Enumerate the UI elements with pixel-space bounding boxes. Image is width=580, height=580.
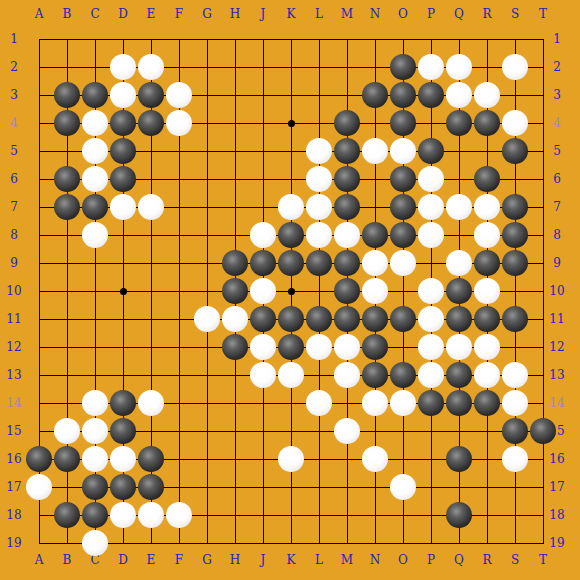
intersection[interactable] <box>81 81 109 109</box>
intersection[interactable] <box>305 193 333 221</box>
intersection[interactable] <box>417 249 445 277</box>
intersection[interactable] <box>109 53 137 81</box>
intersection[interactable] <box>305 221 333 249</box>
intersection[interactable] <box>221 193 249 221</box>
intersection[interactable] <box>109 305 137 333</box>
intersection[interactable] <box>137 81 165 109</box>
intersection[interactable] <box>277 277 305 305</box>
intersection[interactable] <box>277 81 305 109</box>
intersection[interactable] <box>473 53 501 81</box>
intersection[interactable] <box>137 249 165 277</box>
intersection[interactable] <box>305 333 333 361</box>
intersection[interactable] <box>305 81 333 109</box>
intersection[interactable] <box>165 333 193 361</box>
intersection[interactable] <box>473 137 501 165</box>
intersection[interactable] <box>249 445 277 473</box>
intersection[interactable] <box>473 305 501 333</box>
intersection[interactable] <box>137 25 165 53</box>
intersection[interactable] <box>445 445 473 473</box>
intersection[interactable] <box>361 501 389 529</box>
intersection[interactable] <box>473 193 501 221</box>
intersection[interactable] <box>109 417 137 445</box>
intersection[interactable] <box>165 389 193 417</box>
intersection[interactable] <box>53 53 81 81</box>
intersection[interactable] <box>417 221 445 249</box>
intersection[interactable] <box>305 165 333 193</box>
intersection[interactable] <box>389 361 417 389</box>
intersection[interactable] <box>221 277 249 305</box>
intersection[interactable] <box>137 417 165 445</box>
intersection[interactable] <box>165 277 193 305</box>
intersection[interactable] <box>501 529 529 557</box>
intersection[interactable] <box>249 473 277 501</box>
intersection[interactable] <box>81 445 109 473</box>
intersection[interactable] <box>53 249 81 277</box>
intersection[interactable] <box>25 417 53 445</box>
intersection[interactable] <box>389 165 417 193</box>
intersection[interactable] <box>417 81 445 109</box>
intersection[interactable] <box>53 305 81 333</box>
intersection[interactable] <box>333 81 361 109</box>
intersection[interactable] <box>361 417 389 445</box>
intersection[interactable] <box>25 389 53 417</box>
intersection[interactable] <box>25 165 53 193</box>
intersection[interactable] <box>109 277 137 305</box>
intersection[interactable] <box>53 277 81 305</box>
intersection[interactable] <box>445 81 473 109</box>
intersection[interactable] <box>277 501 305 529</box>
intersection[interactable] <box>501 109 529 137</box>
intersection[interactable] <box>417 333 445 361</box>
intersection[interactable] <box>25 277 53 305</box>
intersection[interactable] <box>333 501 361 529</box>
intersection[interactable] <box>529 109 557 137</box>
intersection[interactable] <box>53 221 81 249</box>
intersection[interactable] <box>333 221 361 249</box>
intersection[interactable] <box>473 389 501 417</box>
intersection[interactable] <box>473 417 501 445</box>
intersection[interactable] <box>165 445 193 473</box>
intersection[interactable] <box>193 445 221 473</box>
intersection[interactable] <box>81 361 109 389</box>
intersection[interactable] <box>193 305 221 333</box>
intersection[interactable] <box>221 333 249 361</box>
intersection[interactable] <box>305 445 333 473</box>
intersection[interactable] <box>81 417 109 445</box>
intersection[interactable] <box>389 501 417 529</box>
intersection[interactable] <box>445 305 473 333</box>
intersection[interactable] <box>361 389 389 417</box>
intersection[interactable] <box>277 165 305 193</box>
intersection[interactable] <box>137 389 165 417</box>
intersection[interactable] <box>53 333 81 361</box>
intersection[interactable] <box>361 221 389 249</box>
intersection[interactable] <box>445 473 473 501</box>
intersection[interactable] <box>277 305 305 333</box>
intersection[interactable] <box>277 445 305 473</box>
intersection[interactable] <box>109 109 137 137</box>
intersection[interactable] <box>361 109 389 137</box>
intersection[interactable] <box>305 305 333 333</box>
intersection[interactable] <box>81 109 109 137</box>
intersection[interactable] <box>473 25 501 53</box>
intersection[interactable] <box>333 445 361 473</box>
intersection[interactable] <box>249 277 277 305</box>
intersection[interactable] <box>193 333 221 361</box>
intersection[interactable] <box>361 193 389 221</box>
intersection[interactable] <box>53 417 81 445</box>
intersection[interactable] <box>249 389 277 417</box>
intersection[interactable] <box>25 109 53 137</box>
intersection[interactable] <box>81 249 109 277</box>
intersection[interactable] <box>81 333 109 361</box>
intersection[interactable] <box>333 333 361 361</box>
intersection[interactable] <box>165 417 193 445</box>
intersection[interactable] <box>25 249 53 277</box>
intersection[interactable] <box>501 249 529 277</box>
intersection[interactable] <box>109 445 137 473</box>
intersection[interactable] <box>277 137 305 165</box>
intersection[interactable] <box>389 25 417 53</box>
intersection[interactable] <box>529 165 557 193</box>
intersection[interactable] <box>221 221 249 249</box>
intersection[interactable] <box>193 417 221 445</box>
intersection[interactable] <box>249 305 277 333</box>
intersection[interactable] <box>361 25 389 53</box>
intersection[interactable] <box>53 445 81 473</box>
intersection[interactable] <box>165 165 193 193</box>
intersection[interactable] <box>109 501 137 529</box>
intersection[interactable] <box>333 53 361 81</box>
intersection[interactable] <box>445 529 473 557</box>
intersection[interactable] <box>501 333 529 361</box>
intersection[interactable] <box>81 277 109 305</box>
intersection[interactable] <box>277 109 305 137</box>
intersection[interactable] <box>417 53 445 81</box>
intersection[interactable] <box>305 249 333 277</box>
intersection[interactable] <box>221 81 249 109</box>
intersection[interactable] <box>165 81 193 109</box>
intersection[interactable] <box>81 389 109 417</box>
intersection[interactable] <box>81 165 109 193</box>
intersection[interactable] <box>305 473 333 501</box>
intersection[interactable] <box>25 193 53 221</box>
intersection[interactable] <box>361 473 389 501</box>
intersection[interactable] <box>417 165 445 193</box>
intersection[interactable] <box>417 445 445 473</box>
intersection[interactable] <box>305 417 333 445</box>
intersection[interactable] <box>277 389 305 417</box>
intersection[interactable] <box>193 473 221 501</box>
intersection[interactable] <box>305 361 333 389</box>
intersection[interactable] <box>501 221 529 249</box>
intersection[interactable] <box>445 249 473 277</box>
intersection[interactable] <box>529 361 557 389</box>
intersection[interactable] <box>445 389 473 417</box>
intersection[interactable] <box>305 137 333 165</box>
intersection[interactable] <box>249 333 277 361</box>
intersection[interactable] <box>305 389 333 417</box>
intersection[interactable] <box>53 137 81 165</box>
intersection[interactable] <box>221 361 249 389</box>
intersection[interactable] <box>501 305 529 333</box>
intersection[interactable] <box>165 109 193 137</box>
intersection[interactable] <box>529 193 557 221</box>
intersection[interactable] <box>361 529 389 557</box>
intersection[interactable] <box>417 501 445 529</box>
intersection[interactable] <box>109 389 137 417</box>
intersection[interactable] <box>529 137 557 165</box>
intersection[interactable] <box>109 165 137 193</box>
intersection[interactable] <box>137 473 165 501</box>
intersection[interactable] <box>361 137 389 165</box>
intersection[interactable] <box>193 165 221 193</box>
intersection[interactable] <box>529 249 557 277</box>
intersection[interactable] <box>193 53 221 81</box>
intersection[interactable] <box>473 109 501 137</box>
intersection[interactable] <box>417 361 445 389</box>
intersection[interactable] <box>501 473 529 501</box>
intersection[interactable] <box>389 417 417 445</box>
intersection[interactable] <box>501 389 529 417</box>
intersection[interactable] <box>445 417 473 445</box>
intersection[interactable] <box>165 221 193 249</box>
intersection[interactable] <box>333 109 361 137</box>
intersection[interactable] <box>361 81 389 109</box>
intersection[interactable] <box>25 81 53 109</box>
intersection[interactable] <box>137 165 165 193</box>
intersection[interactable] <box>445 501 473 529</box>
intersection[interactable] <box>81 305 109 333</box>
intersection[interactable] <box>81 501 109 529</box>
intersection[interactable] <box>165 473 193 501</box>
intersection[interactable] <box>249 221 277 249</box>
intersection[interactable] <box>193 221 221 249</box>
intersection[interactable] <box>445 221 473 249</box>
intersection[interactable] <box>361 165 389 193</box>
intersection[interactable] <box>249 53 277 81</box>
intersection[interactable] <box>389 137 417 165</box>
intersection[interactable] <box>221 445 249 473</box>
intersection[interactable] <box>529 305 557 333</box>
intersection[interactable] <box>165 501 193 529</box>
intersection[interactable] <box>389 249 417 277</box>
intersection[interactable] <box>53 109 81 137</box>
intersection[interactable] <box>361 53 389 81</box>
intersection[interactable] <box>361 249 389 277</box>
intersection[interactable] <box>25 137 53 165</box>
intersection[interactable] <box>305 501 333 529</box>
intersection[interactable] <box>249 81 277 109</box>
intersection[interactable] <box>249 25 277 53</box>
intersection[interactable] <box>221 109 249 137</box>
intersection[interactable] <box>389 389 417 417</box>
intersection[interactable] <box>221 25 249 53</box>
intersection[interactable] <box>53 361 81 389</box>
intersection[interactable] <box>529 81 557 109</box>
intersection[interactable] <box>165 193 193 221</box>
intersection[interactable] <box>221 417 249 445</box>
intersection[interactable] <box>417 529 445 557</box>
intersection[interactable] <box>25 221 53 249</box>
intersection[interactable] <box>389 529 417 557</box>
intersection[interactable] <box>445 109 473 137</box>
intersection[interactable] <box>501 25 529 53</box>
intersection[interactable] <box>529 53 557 81</box>
intersection[interactable] <box>445 333 473 361</box>
intersection[interactable] <box>193 361 221 389</box>
intersection[interactable] <box>445 193 473 221</box>
intersection[interactable] <box>445 361 473 389</box>
intersection[interactable] <box>109 193 137 221</box>
intersection[interactable] <box>137 501 165 529</box>
intersection[interactable] <box>221 165 249 193</box>
intersection[interactable] <box>389 473 417 501</box>
intersection[interactable] <box>389 333 417 361</box>
intersection[interactable] <box>389 81 417 109</box>
intersection[interactable] <box>165 249 193 277</box>
intersection[interactable] <box>137 53 165 81</box>
intersection[interactable] <box>137 529 165 557</box>
intersection[interactable] <box>529 501 557 529</box>
intersection[interactable] <box>249 501 277 529</box>
intersection[interactable] <box>249 529 277 557</box>
intersection[interactable] <box>25 53 53 81</box>
intersection[interactable] <box>445 53 473 81</box>
intersection[interactable] <box>389 193 417 221</box>
intersection[interactable] <box>305 529 333 557</box>
intersection[interactable] <box>473 249 501 277</box>
intersection[interactable] <box>277 193 305 221</box>
intersection[interactable] <box>529 417 557 445</box>
intersection[interactable] <box>165 529 193 557</box>
intersection[interactable] <box>81 529 109 557</box>
intersection[interactable] <box>417 277 445 305</box>
intersection[interactable] <box>333 249 361 277</box>
intersection[interactable] <box>529 221 557 249</box>
intersection[interactable] <box>25 445 53 473</box>
intersection[interactable] <box>333 417 361 445</box>
intersection[interactable] <box>137 137 165 165</box>
intersection[interactable] <box>333 389 361 417</box>
intersection[interactable] <box>165 25 193 53</box>
intersection[interactable] <box>389 305 417 333</box>
intersection[interactable] <box>193 249 221 277</box>
intersection[interactable] <box>473 445 501 473</box>
intersection[interactable] <box>305 25 333 53</box>
intersection[interactable] <box>249 109 277 137</box>
intersection[interactable] <box>277 249 305 277</box>
intersection[interactable] <box>109 25 137 53</box>
intersection[interactable] <box>193 193 221 221</box>
intersection[interactable] <box>473 333 501 361</box>
intersection[interactable] <box>417 193 445 221</box>
intersection[interactable] <box>445 25 473 53</box>
intersection[interactable] <box>473 473 501 501</box>
intersection[interactable] <box>25 305 53 333</box>
intersection[interactable] <box>25 25 53 53</box>
intersection[interactable] <box>277 25 305 53</box>
intersection[interactable] <box>25 333 53 361</box>
intersection[interactable] <box>389 53 417 81</box>
intersection[interactable] <box>25 501 53 529</box>
intersection[interactable] <box>165 305 193 333</box>
intersection[interactable] <box>361 277 389 305</box>
intersection[interactable] <box>53 25 81 53</box>
intersection[interactable] <box>221 473 249 501</box>
intersection[interactable] <box>417 473 445 501</box>
intersection[interactable] <box>473 81 501 109</box>
intersection[interactable] <box>529 25 557 53</box>
intersection[interactable] <box>109 529 137 557</box>
intersection[interactable] <box>277 473 305 501</box>
intersection[interactable] <box>53 473 81 501</box>
intersection[interactable] <box>81 193 109 221</box>
intersection[interactable] <box>109 361 137 389</box>
intersection[interactable] <box>361 333 389 361</box>
intersection[interactable] <box>389 221 417 249</box>
intersection[interactable] <box>53 389 81 417</box>
intersection[interactable] <box>81 53 109 81</box>
intersection[interactable] <box>417 25 445 53</box>
intersection[interactable] <box>193 389 221 417</box>
intersection[interactable] <box>501 137 529 165</box>
intersection[interactable] <box>277 417 305 445</box>
intersection[interactable] <box>305 277 333 305</box>
intersection[interactable] <box>333 277 361 305</box>
intersection[interactable] <box>53 529 81 557</box>
intersection[interactable] <box>277 529 305 557</box>
intersection[interactable] <box>277 333 305 361</box>
intersection[interactable] <box>501 445 529 473</box>
intersection[interactable] <box>417 417 445 445</box>
intersection[interactable] <box>193 25 221 53</box>
intersection[interactable] <box>417 389 445 417</box>
intersection[interactable] <box>445 277 473 305</box>
intersection[interactable] <box>221 53 249 81</box>
intersection[interactable] <box>529 333 557 361</box>
intersection[interactable] <box>25 361 53 389</box>
intersection[interactable] <box>221 305 249 333</box>
intersection[interactable] <box>221 389 249 417</box>
intersection[interactable] <box>389 445 417 473</box>
intersection[interactable] <box>501 165 529 193</box>
intersection[interactable] <box>529 473 557 501</box>
intersection[interactable] <box>249 361 277 389</box>
intersection[interactable] <box>473 277 501 305</box>
intersection[interactable] <box>417 305 445 333</box>
intersection[interactable] <box>165 361 193 389</box>
intersection[interactable] <box>137 221 165 249</box>
intersection[interactable] <box>137 361 165 389</box>
intersection[interactable] <box>193 501 221 529</box>
intersection[interactable] <box>529 529 557 557</box>
intersection[interactable] <box>221 249 249 277</box>
intersection[interactable] <box>333 305 361 333</box>
intersection[interactable] <box>249 165 277 193</box>
intersection[interactable] <box>53 81 81 109</box>
intersection[interactable] <box>165 137 193 165</box>
intersection[interactable] <box>221 137 249 165</box>
intersection[interactable] <box>81 137 109 165</box>
intersection[interactable] <box>501 81 529 109</box>
intersection[interactable] <box>501 277 529 305</box>
intersection[interactable] <box>417 109 445 137</box>
intersection[interactable] <box>25 529 53 557</box>
intersection[interactable] <box>501 361 529 389</box>
intersection[interactable] <box>529 389 557 417</box>
intersection[interactable] <box>193 109 221 137</box>
